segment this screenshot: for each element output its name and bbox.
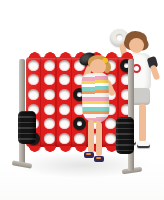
board-cell-r3c1[interactable] <box>26 87 41 102</box>
board-cell-r6c2[interactable] <box>41 131 56 146</box>
boy-lowered-arm <box>150 64 161 80</box>
girl-player <box>68 40 120 176</box>
girl-leg <box>88 120 94 153</box>
frame-post-right <box>128 59 134 171</box>
boy-sneaker <box>137 141 150 148</box>
girl-head <box>90 59 106 74</box>
board-cell-r2c2[interactable] <box>41 73 56 88</box>
empty-hole <box>44 89 55 100</box>
board-cell-r4c2[interactable] <box>41 102 56 117</box>
girl-sandal <box>84 152 94 158</box>
board-cell-r3c2[interactable] <box>41 87 56 102</box>
board-cell-r1c2[interactable] <box>41 58 56 73</box>
boy-head <box>129 38 144 53</box>
empty-hole <box>28 89 39 100</box>
empty-hole <box>44 104 55 115</box>
board-cell-r5c2[interactable] <box>41 117 56 132</box>
product-photo-scene <box>0 0 164 200</box>
empty-hole <box>44 118 55 129</box>
boy-leg <box>139 104 146 142</box>
empty-hole <box>28 60 39 71</box>
board-cell-r2c1[interactable] <box>26 73 41 88</box>
girl-leg <box>96 122 102 156</box>
girl-sandal <box>94 156 104 162</box>
ring-storage-stack-left <box>18 111 36 144</box>
empty-hole <box>44 133 55 144</box>
empty-hole <box>44 74 55 85</box>
girl-striped-dress <box>81 73 110 124</box>
empty-hole <box>28 74 39 85</box>
board-cell-r1c1[interactable] <box>26 58 41 73</box>
empty-hole <box>44 60 55 71</box>
